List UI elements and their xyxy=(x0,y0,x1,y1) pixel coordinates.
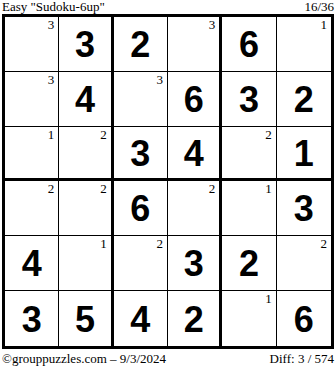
given-digit: 1 xyxy=(294,134,314,172)
given-digit: 3 xyxy=(130,134,150,172)
hint-number: 2 xyxy=(48,181,55,196)
cell-r5c5: 2 xyxy=(222,236,276,291)
hint-number: 2 xyxy=(100,181,107,196)
cell-r3c5[interactable]: 2 xyxy=(222,127,276,182)
given-digit: 2 xyxy=(184,300,204,338)
given-digit: 6 xyxy=(184,80,204,118)
hint-number: 3 xyxy=(209,17,216,32)
cell-r5c2[interactable]: 1 xyxy=(59,236,113,291)
cell-r6c3: 4 xyxy=(114,291,168,346)
cell-r1c4[interactable]: 3 xyxy=(168,17,222,72)
given-digit: 3 xyxy=(75,25,95,63)
cell-r2c2: 4 xyxy=(59,72,113,127)
cell-r1c2: 3 xyxy=(59,17,113,72)
given-digit: 4 xyxy=(130,300,150,338)
sudoku-board: 332361343632123421226213412322354216 xyxy=(2,14,334,349)
cell-r6c2: 5 xyxy=(59,291,113,346)
given-digit: 2 xyxy=(130,25,150,63)
footer-bar: ©grouppuzzles.com – 9/3/2024 Diff: 3 / 5… xyxy=(2,351,334,366)
header-bar: Easy "Sudoku-6up" 16/36 xyxy=(2,0,334,14)
cell-r6c6: 6 xyxy=(277,291,331,346)
cell-r1c5: 6 xyxy=(222,17,276,72)
cell-r5c6[interactable]: 2 xyxy=(277,236,331,291)
cell-r2c5: 3 xyxy=(222,72,276,127)
cell-r3c4: 4 xyxy=(168,127,222,182)
hint-number: 2 xyxy=(100,127,107,142)
given-digit: 3 xyxy=(22,300,42,338)
given-digit: 6 xyxy=(239,25,259,63)
cell-r3c2[interactable]: 2 xyxy=(59,127,113,182)
hint-number: 2 xyxy=(265,127,272,142)
cell-r4c6: 3 xyxy=(277,181,331,236)
sudoku-6up-page: { "header": { "title": "Easy \"Sudoku-6u… xyxy=(0,0,336,370)
cell-r2c3[interactable]: 3 xyxy=(114,72,168,127)
cell-r5c4: 3 xyxy=(168,236,222,291)
hint-number: 1 xyxy=(265,181,272,196)
hint-number: 1 xyxy=(320,17,327,32)
cell-r4c4[interactable]: 2 xyxy=(168,181,222,236)
cell-r2c4: 6 xyxy=(168,72,222,127)
hint-number: 2 xyxy=(320,236,327,251)
hint-number: 1 xyxy=(100,236,107,251)
cell-r3c1[interactable]: 1 xyxy=(5,127,59,182)
hint-number: 3 xyxy=(48,72,55,87)
given-digit: 5 xyxy=(75,300,95,338)
cell-r4c5[interactable]: 1 xyxy=(222,181,276,236)
cell-r5c1: 4 xyxy=(5,236,59,291)
cell-r2c1[interactable]: 3 xyxy=(5,72,59,127)
cells-remaining-counter: 16/36 xyxy=(304,0,334,14)
cell-r6c1: 3 xyxy=(5,291,59,346)
given-digit: 4 xyxy=(184,134,204,172)
hint-number: 2 xyxy=(209,181,216,196)
cell-r6c4: 2 xyxy=(168,291,222,346)
hint-number: 1 xyxy=(48,127,55,142)
given-digit: 6 xyxy=(294,300,314,338)
cell-r2c6: 2 xyxy=(277,72,331,127)
cell-r4c1[interactable]: 2 xyxy=(5,181,59,236)
hint-number: 1 xyxy=(265,291,272,306)
difficulty-text: Diff: 3 / 574 xyxy=(270,351,334,366)
cell-r5c3[interactable]: 2 xyxy=(114,236,168,291)
given-digit: 2 xyxy=(239,244,259,282)
cell-r3c6: 1 xyxy=(277,127,331,182)
hint-number: 2 xyxy=(156,236,163,251)
given-digit: 3 xyxy=(294,189,314,227)
cell-r1c1[interactable]: 3 xyxy=(5,17,59,72)
copyright-text: ©grouppuzzles.com – 9/3/2024 xyxy=(2,351,166,366)
cell-r4c3: 6 xyxy=(114,181,168,236)
given-digit: 2 xyxy=(294,80,314,118)
given-digit: 3 xyxy=(239,80,259,118)
given-digit: 4 xyxy=(75,80,95,118)
puzzle-title: Easy "Sudoku-6up" xyxy=(2,0,105,14)
cell-r1c3: 2 xyxy=(114,17,168,72)
given-digit: 3 xyxy=(184,244,204,282)
hint-number: 3 xyxy=(156,72,163,87)
cell-r4c2[interactable]: 2 xyxy=(59,181,113,236)
hint-number: 3 xyxy=(48,17,55,32)
given-digit: 6 xyxy=(130,189,150,227)
cell-r6c5[interactable]: 1 xyxy=(222,291,276,346)
given-digit: 4 xyxy=(22,244,42,282)
cell-r3c3: 3 xyxy=(114,127,168,182)
cell-r1c6[interactable]: 1 xyxy=(277,17,331,72)
